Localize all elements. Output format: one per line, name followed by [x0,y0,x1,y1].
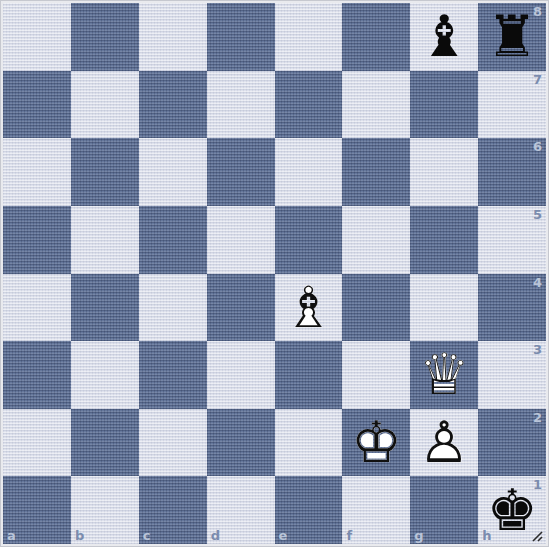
square-d2[interactable] [207,409,275,477]
square-a8[interactable] [3,3,71,71]
square-e7[interactable] [275,71,343,139]
piece-white-queen[interactable]: ♛♕ [410,341,478,409]
square-e6[interactable] [275,138,343,206]
square-f8[interactable] [342,3,410,71]
square-g5[interactable] [410,206,478,274]
file-label-b: b [75,529,84,542]
square-c4[interactable] [139,274,207,342]
square-f2[interactable]: ♚♔ [342,409,410,477]
square-d6[interactable] [207,138,275,206]
square-b6[interactable] [71,138,139,206]
square-e8[interactable] [275,3,343,71]
file-label-g: g [414,529,423,542]
rank-label-4: 4 [533,276,542,289]
square-c7[interactable] [139,71,207,139]
piece-black-rook[interactable]: ♜ [478,3,546,71]
square-f1[interactable]: f [342,476,410,544]
square-f3[interactable] [342,341,410,409]
square-h2[interactable]: 2 [478,409,546,477]
square-c8[interactable] [139,3,207,71]
square-a4[interactable] [3,274,71,342]
square-a2[interactable] [3,409,71,477]
square-b7[interactable] [71,71,139,139]
square-d7[interactable] [207,71,275,139]
square-a6[interactable] [3,138,71,206]
square-g4[interactable] [410,274,478,342]
square-e3[interactable] [275,341,343,409]
square-a5[interactable] [3,206,71,274]
square-g8[interactable]: ♝ [410,3,478,71]
white-king-outline: ♔ [351,414,402,471]
square-b8[interactable] [71,3,139,71]
square-c5[interactable] [139,206,207,274]
piece-white-pawn[interactable]: ♟♙ [410,409,478,477]
white-bishop-outline: ♗ [283,279,334,336]
white-queen-outline: ♕ [419,346,470,403]
square-f6[interactable] [342,138,410,206]
square-e5[interactable] [275,206,343,274]
file-label-c: c [143,529,151,542]
square-h6[interactable]: 6 [478,138,546,206]
black-rook-glyph: ♜ [487,8,538,65]
square-h3[interactable]: 3 [478,341,546,409]
square-h5[interactable]: 5 [478,206,546,274]
square-d4[interactable] [207,274,275,342]
square-g2[interactable]: ♟♙ [410,409,478,477]
rank-label-3: 3 [533,343,542,356]
square-a7[interactable] [3,71,71,139]
file-label-f: f [346,529,352,542]
square-f4[interactable] [342,274,410,342]
black-bishop-glyph: ♝ [419,8,470,65]
square-a3[interactable] [3,341,71,409]
square-g6[interactable] [410,138,478,206]
square-c2[interactable] [139,409,207,477]
square-d3[interactable] [207,341,275,409]
square-e4[interactable]: ♝♗ [275,274,343,342]
square-b3[interactable] [71,341,139,409]
file-label-e: e [279,529,288,542]
rank-label-7: 7 [533,73,542,86]
square-e1[interactable]: e [275,476,343,544]
square-a1[interactable]: a [3,476,71,544]
piece-white-bishop[interactable]: ♝♗ [275,274,343,342]
square-c3[interactable] [139,341,207,409]
square-b1[interactable]: b [71,476,139,544]
square-d8[interactable] [207,3,275,71]
square-h8[interactable]: 8♜ [478,3,546,71]
square-h7[interactable]: 7 [478,71,546,139]
square-f5[interactable] [342,206,410,274]
rank-label-5: 5 [533,208,542,221]
white-pawn-outline: ♙ [419,414,470,471]
square-g3[interactable]: ♛♕ [410,341,478,409]
square-f7[interactable] [342,71,410,139]
square-h4[interactable]: 4 [478,274,546,342]
square-e2[interactable] [275,409,343,477]
square-d5[interactable] [207,206,275,274]
square-c6[interactable] [139,138,207,206]
rank-label-6: 6 [533,140,542,153]
file-label-a: a [7,529,16,542]
square-g7[interactable] [410,71,478,139]
board-frame: ♝8♜765♝♗4♛♕3♚♔♟♙2abcdefgh1♚ [0,0,549,547]
square-b4[interactable] [71,274,139,342]
square-g1[interactable]: g [410,476,478,544]
file-label-d: d [211,529,220,542]
square-b5[interactable] [71,206,139,274]
square-d1[interactable]: d [207,476,275,544]
piece-black-bishop[interactable]: ♝ [410,3,478,71]
corner-grip-icon [529,528,543,542]
rank-label-2: 2 [533,411,542,424]
chess-board: ♝8♜765♝♗4♛♕3♚♔♟♙2abcdefgh1♚ [3,3,546,544]
square-c1[interactable]: c [139,476,207,544]
piece-white-king[interactable]: ♚♔ [342,409,410,477]
square-b2[interactable] [71,409,139,477]
